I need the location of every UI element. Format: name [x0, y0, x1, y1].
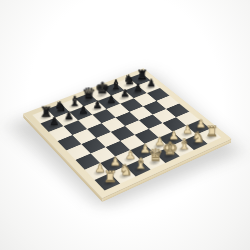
scene: ♜♞♝♛♚♝♞♜♟♟♟♟♟♟♟♟♟♟♟♟♟♟♟♟♜♞♝♛♚♝♞♜ [0, 0, 250, 250]
chessboard: ♜♞♝♛♚♝♞♜♟♟♟♟♟♟♟♟♟♟♟♟♟♟♟♟♜♞♝♛♚♝♞♜ [23, 68, 231, 198]
board-grid: ♜♞♝♛♚♝♞♜♟♟♟♟♟♟♟♟♟♟♟♟♟♟♟♟♜♞♝♛♚♝♞♜ [32, 73, 221, 190]
piece-black-pawn[interactable]: ♟ [61, 110, 78, 121]
piece-black-pawn[interactable]: ♟ [46, 116, 63, 127]
board-frame: ♜♞♝♛♚♝♞♜♟♟♟♟♟♟♟♟♟♟♟♟♟♟♟♟♜♞♝♛♚♝♞♜ [23, 68, 231, 198]
piece-black-pawn[interactable]: ♟ [89, 99, 106, 110]
piece-white-rook[interactable]: ♜ [101, 169, 120, 184]
piece-black-pawn[interactable]: ♟ [75, 105, 92, 116]
